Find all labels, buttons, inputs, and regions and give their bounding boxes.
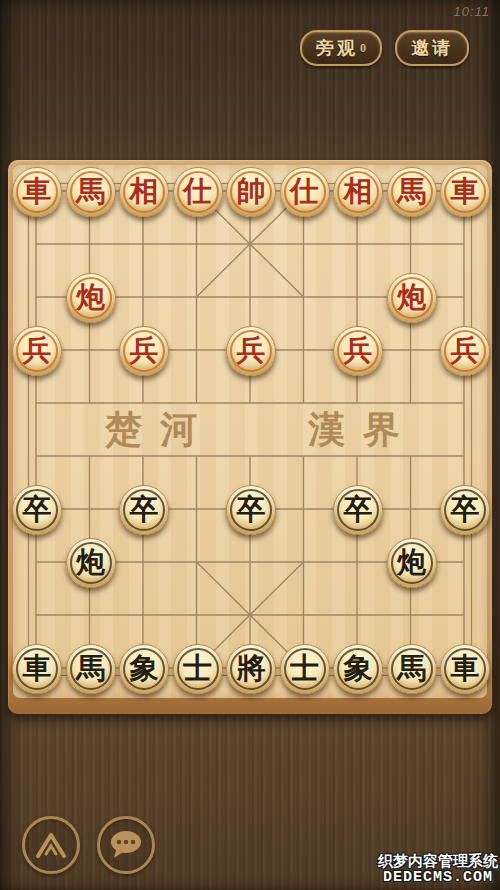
piece-red-馬[interactable]: 馬 bbox=[66, 167, 116, 217]
watermark-line2: DEDECMS.COM bbox=[378, 869, 498, 886]
piece-glyph: 馬 bbox=[76, 654, 105, 683]
piece-red-炮[interactable]: 炮 bbox=[387, 273, 437, 323]
piece-black-將[interactable]: 將 bbox=[226, 644, 276, 694]
piece-glyph: 車 bbox=[451, 654, 480, 683]
piece-glyph: 炮 bbox=[397, 283, 426, 312]
invite-label: 邀请 bbox=[411, 36, 453, 60]
piece-black-卒[interactable]: 卒 bbox=[119, 485, 169, 535]
piece-glyph: 炮 bbox=[76, 548, 105, 577]
piece-glyph: 卒 bbox=[130, 495, 159, 524]
collapse-button[interactable] bbox=[22, 816, 80, 874]
watermark: 织梦内容管理系统 DEDECMS.COM bbox=[378, 852, 498, 886]
piece-black-炮[interactable]: 炮 bbox=[387, 538, 437, 588]
piece-black-士[interactable]: 士 bbox=[173, 644, 223, 694]
piece-black-卒[interactable]: 卒 bbox=[12, 485, 62, 535]
river-label-right: 漢界 bbox=[308, 404, 418, 456]
piece-glyph: 將 bbox=[237, 654, 266, 683]
piece-black-車[interactable]: 車 bbox=[440, 644, 490, 694]
piece-glyph: 卒 bbox=[451, 495, 480, 524]
piece-red-仕[interactable]: 仕 bbox=[280, 167, 330, 217]
piece-red-相[interactable]: 相 bbox=[333, 167, 383, 217]
piece-glyph: 相 bbox=[130, 177, 159, 206]
piece-glyph: 車 bbox=[23, 654, 52, 683]
piece-glyph: 兵 bbox=[130, 336, 159, 365]
piece-red-兵[interactable]: 兵 bbox=[12, 326, 62, 376]
piece-glyph: 兵 bbox=[344, 336, 373, 365]
piece-glyph: 士 bbox=[183, 654, 212, 683]
board-grid-lines bbox=[8, 160, 492, 714]
piece-glyph: 馬 bbox=[397, 177, 426, 206]
piece-glyph: 仕 bbox=[290, 177, 319, 206]
game-screen: 10:11 旁观0 邀请 楚河 漢界 車馬相仕帥仕相馬車炮炮兵兵兵兵兵卒卒卒卒卒… bbox=[0, 0, 500, 890]
piece-black-象[interactable]: 象 bbox=[333, 644, 383, 694]
piece-glyph: 帥 bbox=[237, 177, 266, 206]
piece-glyph: 相 bbox=[344, 177, 373, 206]
status-clock: 10:11 bbox=[453, 4, 490, 19]
chat-button[interactable] bbox=[97, 816, 155, 874]
piece-glyph: 車 bbox=[23, 177, 52, 206]
spectate-button[interactable]: 旁观0 bbox=[300, 30, 382, 66]
piece-glyph: 象 bbox=[344, 654, 373, 683]
piece-black-卒[interactable]: 卒 bbox=[226, 485, 276, 535]
piece-black-馬[interactable]: 馬 bbox=[66, 644, 116, 694]
piece-glyph: 卒 bbox=[23, 495, 52, 524]
piece-red-兵[interactable]: 兵 bbox=[333, 326, 383, 376]
chevron-up-icon bbox=[34, 830, 68, 860]
piece-red-車[interactable]: 車 bbox=[440, 167, 490, 217]
piece-glyph: 炮 bbox=[397, 548, 426, 577]
piece-black-炮[interactable]: 炮 bbox=[66, 538, 116, 588]
piece-red-仕[interactable]: 仕 bbox=[173, 167, 223, 217]
piece-glyph: 卒 bbox=[344, 495, 373, 524]
spectate-count: 0 bbox=[360, 41, 366, 56]
piece-red-馬[interactable]: 馬 bbox=[387, 167, 437, 217]
piece-red-兵[interactable]: 兵 bbox=[440, 326, 490, 376]
chat-bubble-icon bbox=[108, 829, 144, 861]
piece-black-車[interactable]: 車 bbox=[12, 644, 62, 694]
piece-black-馬[interactable]: 馬 bbox=[387, 644, 437, 694]
piece-red-相[interactable]: 相 bbox=[119, 167, 169, 217]
piece-glyph: 車 bbox=[451, 177, 480, 206]
piece-black-卒[interactable]: 卒 bbox=[333, 485, 383, 535]
piece-glyph: 象 bbox=[130, 654, 159, 683]
spectate-label: 旁观 bbox=[316, 36, 358, 60]
piece-black-象[interactable]: 象 bbox=[119, 644, 169, 694]
piece-glyph: 炮 bbox=[76, 283, 105, 312]
piece-glyph: 卒 bbox=[237, 495, 266, 524]
top-button-group: 旁观0 邀请 bbox=[300, 30, 469, 66]
piece-glyph: 馬 bbox=[397, 654, 426, 683]
piece-red-帥[interactable]: 帥 bbox=[226, 167, 276, 217]
xiangqi-board: 楚河 漢界 車馬相仕帥仕相馬車炮炮兵兵兵兵兵卒卒卒卒卒炮炮車馬象士將士象馬車 bbox=[8, 160, 492, 714]
watermark-line1: 织梦内容管理系统 bbox=[378, 852, 498, 869]
piece-red-兵[interactable]: 兵 bbox=[226, 326, 276, 376]
piece-glyph: 馬 bbox=[76, 177, 105, 206]
piece-glyph: 兵 bbox=[23, 336, 52, 365]
piece-glyph: 兵 bbox=[237, 336, 266, 365]
piece-black-士[interactable]: 士 bbox=[280, 644, 330, 694]
piece-glyph: 士 bbox=[290, 654, 319, 683]
piece-red-炮[interactable]: 炮 bbox=[66, 273, 116, 323]
river-label-left: 楚河 bbox=[105, 404, 215, 456]
piece-black-卒[interactable]: 卒 bbox=[440, 485, 490, 535]
piece-glyph: 兵 bbox=[451, 336, 480, 365]
piece-glyph: 仕 bbox=[183, 177, 212, 206]
invite-button[interactable]: 邀请 bbox=[395, 30, 469, 66]
piece-red-車[interactable]: 車 bbox=[12, 167, 62, 217]
piece-red-兵[interactable]: 兵 bbox=[119, 326, 169, 376]
